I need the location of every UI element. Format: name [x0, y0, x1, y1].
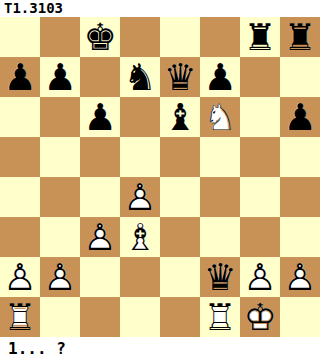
- white-pawn[interactable]: ♟♙: [80, 217, 120, 257]
- square-c7[interactable]: [80, 57, 120, 97]
- square-e4[interactable]: [160, 177, 200, 217]
- square-f5[interactable]: [200, 137, 240, 177]
- square-e2[interactable]: [160, 257, 200, 297]
- square-c4[interactable]: [80, 177, 120, 217]
- black-pawn[interactable]: ♙♟: [280, 97, 320, 137]
- white-rook[interactable]: ♜♖: [200, 297, 240, 337]
- square-d2[interactable]: [120, 257, 160, 297]
- square-e7[interactable]: ♕♛: [160, 57, 200, 97]
- square-a7[interactable]: ♙♟: [0, 57, 40, 97]
- black-rook[interactable]: ♖♜: [240, 17, 280, 57]
- square-f2[interactable]: ♕♛: [200, 257, 240, 297]
- square-b3[interactable]: [40, 217, 80, 257]
- black-knight[interactable]: ♘♞: [120, 57, 160, 97]
- black-bishop[interactable]: ♗♝: [160, 97, 200, 137]
- square-b4[interactable]: [40, 177, 80, 217]
- square-d8[interactable]: [120, 17, 160, 57]
- square-e6[interactable]: ♗♝: [160, 97, 200, 137]
- square-b7[interactable]: ♙♟: [40, 57, 80, 97]
- move-prompt: 1... ?: [0, 337, 320, 360]
- square-e5[interactable]: [160, 137, 200, 177]
- square-c2[interactable]: [80, 257, 120, 297]
- square-e8[interactable]: [160, 17, 200, 57]
- square-h4[interactable]: [280, 177, 320, 217]
- black-king[interactable]: ♔♚: [80, 17, 120, 57]
- square-b2[interactable]: ♟♙: [40, 257, 80, 297]
- square-c6[interactable]: ♙♟: [80, 97, 120, 137]
- square-d3[interactable]: ♝♗: [120, 217, 160, 257]
- square-d4[interactable]: ♟♙: [120, 177, 160, 217]
- square-c5[interactable]: [80, 137, 120, 177]
- square-d1[interactable]: [120, 297, 160, 337]
- square-a8[interactable]: [0, 17, 40, 57]
- square-d7[interactable]: ♘♞: [120, 57, 160, 97]
- puzzle-title: T1.3103: [0, 0, 320, 17]
- square-h1[interactable]: [280, 297, 320, 337]
- black-pawn[interactable]: ♙♟: [0, 57, 40, 97]
- square-h7[interactable]: [280, 57, 320, 97]
- white-knight[interactable]: ♞♘: [200, 97, 240, 137]
- square-g8[interactable]: ♖♜: [240, 17, 280, 57]
- square-c1[interactable]: [80, 297, 120, 337]
- white-bishop[interactable]: ♝♗: [120, 217, 160, 257]
- square-a3[interactable]: [0, 217, 40, 257]
- square-a1[interactable]: ♜♖: [0, 297, 40, 337]
- square-e1[interactable]: [160, 297, 200, 337]
- black-rook[interactable]: ♖♜: [280, 17, 320, 57]
- chess-board: ♔♚♖♜♖♜♙♟♙♟♘♞♕♛♙♟♙♟♗♝♞♘♙♟♟♙♟♙♝♗♟♙♟♙♕♛♟♙♟♙…: [0, 17, 320, 337]
- black-pawn[interactable]: ♙♟: [200, 57, 240, 97]
- square-h3[interactable]: [280, 217, 320, 257]
- black-pawn[interactable]: ♙♟: [80, 97, 120, 137]
- chess-puzzle-app: T1.3103 ♔♚♖♜♖♜♙♟♙♟♘♞♕♛♙♟♙♟♗♝♞♘♙♟♟♙♟♙♝♗♟♙…: [0, 0, 320, 360]
- square-b5[interactable]: [40, 137, 80, 177]
- square-a6[interactable]: [0, 97, 40, 137]
- black-pawn[interactable]: ♙♟: [40, 57, 80, 97]
- white-pawn[interactable]: ♟♙: [240, 257, 280, 297]
- white-pawn[interactable]: ♟♙: [280, 257, 320, 297]
- square-g5[interactable]: [240, 137, 280, 177]
- square-b1[interactable]: [40, 297, 80, 337]
- white-king[interactable]: ♚♔: [240, 297, 280, 337]
- square-f3[interactable]: [200, 217, 240, 257]
- white-pawn[interactable]: ♟♙: [0, 257, 40, 297]
- square-f1[interactable]: ♜♖: [200, 297, 240, 337]
- square-c3[interactable]: ♟♙: [80, 217, 120, 257]
- white-pawn[interactable]: ♟♙: [40, 257, 80, 297]
- square-g6[interactable]: [240, 97, 280, 137]
- square-f8[interactable]: [200, 17, 240, 57]
- square-g7[interactable]: [240, 57, 280, 97]
- square-h8[interactable]: ♖♜: [280, 17, 320, 57]
- square-d5[interactable]: [120, 137, 160, 177]
- square-g2[interactable]: ♟♙: [240, 257, 280, 297]
- square-h6[interactable]: ♙♟: [280, 97, 320, 137]
- square-g3[interactable]: [240, 217, 280, 257]
- square-a2[interactable]: ♟♙: [0, 257, 40, 297]
- square-e3[interactable]: [160, 217, 200, 257]
- square-b6[interactable]: [40, 97, 80, 137]
- square-f6[interactable]: ♞♘: [200, 97, 240, 137]
- white-rook[interactable]: ♜♖: [0, 297, 40, 337]
- square-h5[interactable]: [280, 137, 320, 177]
- square-d6[interactable]: [120, 97, 160, 137]
- square-a4[interactable]: [0, 177, 40, 217]
- square-a5[interactable]: [0, 137, 40, 177]
- square-b8[interactable]: [40, 17, 80, 57]
- square-g4[interactable]: [240, 177, 280, 217]
- square-h2[interactable]: ♟♙: [280, 257, 320, 297]
- black-queen[interactable]: ♕♛: [200, 257, 240, 297]
- square-g1[interactable]: ♚♔: [240, 297, 280, 337]
- square-c8[interactable]: ♔♚: [80, 17, 120, 57]
- square-f7[interactable]: ♙♟: [200, 57, 240, 97]
- black-queen[interactable]: ♕♛: [160, 57, 200, 97]
- white-pawn[interactable]: ♟♙: [120, 177, 160, 217]
- square-f4[interactable]: [200, 177, 240, 217]
